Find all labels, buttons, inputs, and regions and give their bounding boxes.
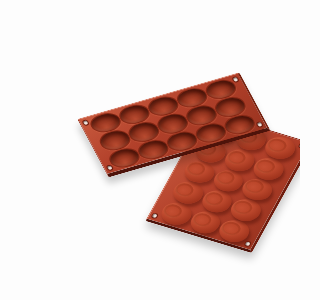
bump-top-face: [161, 202, 185, 219]
photo-caption: Terracotta-red flexible silicone baking …: [40, 16, 41, 17]
bump-top-face: [184, 161, 208, 178]
bump-top-face: [219, 220, 243, 237]
corner-hole: [299, 143, 300, 148]
bump-top-face: [173, 181, 197, 198]
corner-hole: [257, 122, 263, 127]
bump-top-face: [190, 211, 214, 228]
bump-top-face: [242, 178, 266, 195]
corner-hole: [233, 77, 239, 82]
corner-hole: [245, 242, 251, 247]
bump-top-face: [213, 169, 237, 186]
product-photo: Terracotta-red flexible silicone baking …: [40, 16, 300, 300]
bump-top-face: [265, 137, 289, 154]
bump-top-face: [202, 190, 226, 207]
bump-top-face: [225, 149, 249, 166]
bump-top-face: [231, 199, 255, 216]
bump-top-face: [254, 158, 278, 175]
